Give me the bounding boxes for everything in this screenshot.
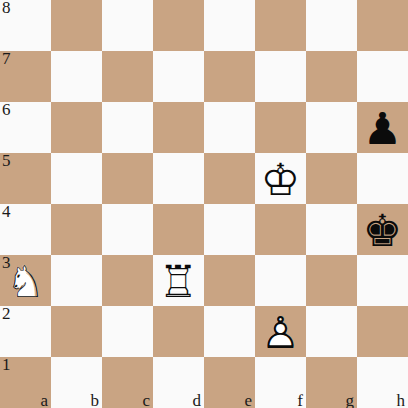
file-label-c: c bbox=[142, 391, 150, 408]
square-d2[interactable] bbox=[153, 306, 204, 357]
black-king[interactable]: ♚ bbox=[357, 204, 408, 255]
square-e8[interactable] bbox=[204, 0, 255, 51]
white-pawn[interactable]: ♟♙ bbox=[255, 306, 306, 357]
square-b4[interactable] bbox=[51, 204, 102, 255]
square-a4[interactable]: 4 bbox=[0, 204, 51, 255]
rank-label-5: 5 bbox=[2, 152, 11, 171]
square-e1[interactable]: e bbox=[204, 357, 255, 408]
square-c2[interactable] bbox=[102, 306, 153, 357]
file-label-e: e bbox=[244, 391, 252, 408]
square-c3[interactable] bbox=[102, 255, 153, 306]
rank-label-2: 2 bbox=[2, 305, 11, 324]
square-b2[interactable] bbox=[51, 306, 102, 357]
square-c4[interactable] bbox=[102, 204, 153, 255]
rank-label-4: 4 bbox=[2, 203, 11, 222]
square-d4[interactable] bbox=[153, 204, 204, 255]
square-a1[interactable]: 1a bbox=[0, 357, 51, 408]
white-king[interactable]: ♚♔ bbox=[255, 153, 306, 204]
file-label-h: h bbox=[397, 391, 406, 408]
square-g8[interactable] bbox=[306, 0, 357, 51]
square-a8[interactable]: 8 bbox=[0, 0, 51, 51]
rank-label-8: 8 bbox=[2, 0, 11, 18]
square-e3[interactable] bbox=[204, 255, 255, 306]
square-g6[interactable] bbox=[306, 102, 357, 153]
white-knight[interactable]: ♞♘ bbox=[0, 255, 51, 306]
square-d7[interactable] bbox=[153, 51, 204, 102]
square-a6[interactable]: 6 bbox=[0, 102, 51, 153]
square-b5[interactable] bbox=[51, 153, 102, 204]
piece-outline-glyph: ♖ bbox=[153, 256, 204, 307]
square-f7[interactable] bbox=[255, 51, 306, 102]
square-h4[interactable]: ♚ bbox=[357, 204, 408, 255]
square-g4[interactable] bbox=[306, 204, 357, 255]
square-c6[interactable] bbox=[102, 102, 153, 153]
square-b6[interactable] bbox=[51, 102, 102, 153]
square-d1[interactable]: d bbox=[153, 357, 204, 408]
piece-solid-glyph: ♟ bbox=[357, 103, 408, 154]
square-a2[interactable]: 2 bbox=[0, 306, 51, 357]
square-e6[interactable] bbox=[204, 102, 255, 153]
square-c8[interactable] bbox=[102, 0, 153, 51]
rank-label-6: 6 bbox=[2, 101, 11, 120]
rank-label-1: 1 bbox=[2, 356, 11, 375]
square-a5[interactable]: 5 bbox=[0, 153, 51, 204]
black-pawn[interactable]: ♟ bbox=[357, 102, 408, 153]
square-c1[interactable]: c bbox=[102, 357, 153, 408]
piece-outline-glyph: ♙ bbox=[255, 307, 306, 358]
square-b3[interactable] bbox=[51, 255, 102, 306]
square-h8[interactable] bbox=[357, 0, 408, 51]
square-h1[interactable]: h bbox=[357, 357, 408, 408]
square-g5[interactable] bbox=[306, 153, 357, 204]
square-b8[interactable] bbox=[51, 0, 102, 51]
chess-board: 876♟5♚♔4♚3♞♘♜♖2♟♙1abcdefgh bbox=[0, 0, 408, 408]
square-d3[interactable]: ♜♖ bbox=[153, 255, 204, 306]
square-f3[interactable] bbox=[255, 255, 306, 306]
square-g1[interactable]: g bbox=[306, 357, 357, 408]
square-f2[interactable]: ♟♙ bbox=[255, 306, 306, 357]
white-rook[interactable]: ♜♖ bbox=[153, 255, 204, 306]
square-e7[interactable] bbox=[204, 51, 255, 102]
square-d5[interactable] bbox=[153, 153, 204, 204]
square-d8[interactable] bbox=[153, 0, 204, 51]
square-f6[interactable] bbox=[255, 102, 306, 153]
piece-solid-glyph: ♚ bbox=[357, 205, 408, 256]
file-label-f: f bbox=[297, 391, 303, 408]
square-h5[interactable] bbox=[357, 153, 408, 204]
square-e5[interactable] bbox=[204, 153, 255, 204]
file-label-d: d bbox=[193, 391, 202, 408]
square-g7[interactable] bbox=[306, 51, 357, 102]
square-a7[interactable]: 7 bbox=[0, 51, 51, 102]
square-b1[interactable]: b bbox=[51, 357, 102, 408]
rank-label-7: 7 bbox=[2, 50, 11, 69]
square-f8[interactable] bbox=[255, 0, 306, 51]
square-e2[interactable] bbox=[204, 306, 255, 357]
square-h2[interactable] bbox=[357, 306, 408, 357]
square-g3[interactable] bbox=[306, 255, 357, 306]
square-g2[interactable] bbox=[306, 306, 357, 357]
square-f5[interactable]: ♚♔ bbox=[255, 153, 306, 204]
square-e4[interactable] bbox=[204, 204, 255, 255]
file-label-b: b bbox=[91, 391, 100, 408]
file-label-g: g bbox=[346, 391, 355, 408]
square-h6[interactable]: ♟ bbox=[357, 102, 408, 153]
piece-outline-glyph: ♔ bbox=[255, 154, 306, 205]
chess-board-area: 876♟5♚♔4♚3♞♘♜♖2♟♙1abcdefgh bbox=[0, 0, 408, 408]
square-c7[interactable] bbox=[102, 51, 153, 102]
square-c5[interactable] bbox=[102, 153, 153, 204]
square-f1[interactable]: f bbox=[255, 357, 306, 408]
square-h3[interactable] bbox=[357, 255, 408, 306]
square-f4[interactable] bbox=[255, 204, 306, 255]
file-label-a: a bbox=[40, 391, 48, 408]
square-a3[interactable]: 3♞♘ bbox=[0, 255, 51, 306]
square-d6[interactable] bbox=[153, 102, 204, 153]
square-h7[interactable] bbox=[357, 51, 408, 102]
square-b7[interactable] bbox=[51, 51, 102, 102]
piece-outline-glyph: ♘ bbox=[0, 256, 51, 307]
